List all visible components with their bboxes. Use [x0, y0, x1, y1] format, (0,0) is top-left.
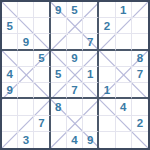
cell-r4c3[interactable]: 5 [34, 51, 50, 67]
cell-r3c3[interactable] [34, 34, 50, 50]
cell-r6c7[interactable]: 1 [99, 83, 115, 99]
cell-r9c4[interactable] [51, 132, 67, 148]
cell-r2c6[interactable] [83, 18, 99, 34]
cell-r4c4[interactable] [51, 51, 67, 67]
cell-r5c8[interactable] [116, 67, 132, 83]
cell-r8c7[interactable] [99, 116, 115, 132]
cell-r2c9[interactable] [132, 18, 148, 34]
cell-r1c9[interactable] [132, 2, 148, 18]
cell-r8c1[interactable] [2, 116, 18, 132]
cell-r1c6[interactable] [83, 2, 99, 18]
cell-r7c2[interactable] [18, 99, 34, 115]
cell-r7c5[interactable] [67, 99, 83, 115]
cell-r6c8[interactable] [116, 83, 132, 99]
cell-r1c1[interactable] [2, 2, 18, 18]
cell-r8c5[interactable] [67, 116, 83, 132]
cell-r1c7[interactable] [99, 2, 115, 18]
cell-r3c8[interactable] [116, 34, 132, 50]
cell-r2c3[interactable] [34, 18, 50, 34]
cell-r9c8[interactable] [116, 132, 132, 148]
cell-r9c7[interactable] [99, 132, 115, 148]
cell-r9c2[interactable]: 3 [18, 132, 34, 148]
cell-r6c5[interactable]: 7 [67, 83, 83, 99]
cell-r8c9[interactable]: 2 [132, 116, 148, 132]
cell-r1c2[interactable] [18, 2, 34, 18]
cell-r6c2[interactable] [18, 83, 34, 99]
cell-r2c1[interactable]: 5 [2, 18, 18, 34]
cell-r3c7[interactable] [99, 34, 115, 50]
cell-r1c3[interactable] [34, 2, 50, 18]
cell-r7c6[interactable] [83, 99, 99, 115]
cell-r5c5[interactable] [67, 67, 83, 83]
cell-r4c8[interactable] [116, 51, 132, 67]
cell-r9c9[interactable] [132, 132, 148, 148]
cell-r6c6[interactable] [83, 83, 99, 99]
cell-r3c4[interactable] [51, 34, 67, 50]
cell-r3c2[interactable]: 9 [18, 34, 34, 50]
cell-r1c4[interactable]: 9 [51, 2, 67, 18]
cell-r7c8[interactable]: 4 [116, 99, 132, 115]
cell-r2c5[interactable] [67, 18, 83, 34]
cell-r5c2[interactable] [18, 67, 34, 83]
cell-r1c5[interactable]: 5 [67, 2, 83, 18]
cell-r2c8[interactable] [116, 18, 132, 34]
cell-r3c1[interactable] [2, 34, 18, 50]
cell-r5c3[interactable] [34, 67, 50, 83]
cell-r5c6[interactable]: 1 [83, 67, 99, 83]
cell-r8c3[interactable]: 7 [34, 116, 50, 132]
cell-r9c5[interactable]: 4 [67, 132, 83, 148]
cell-r6c4[interactable] [51, 83, 67, 99]
cell-r7c9[interactable] [132, 99, 148, 115]
cell-r4c9[interactable]: 8 [132, 51, 148, 67]
cell-r4c6[interactable] [83, 51, 99, 67]
cell-r7c7[interactable] [99, 99, 115, 115]
cell-r2c7[interactable]: 2 [99, 18, 115, 34]
cell-r6c1[interactable]: 9 [2, 83, 18, 99]
cell-r4c7[interactable] [99, 51, 115, 67]
cell-r5c9[interactable]: 7 [132, 67, 148, 83]
cell-r5c4[interactable]: 5 [51, 67, 67, 83]
cell-r8c2[interactable] [18, 116, 34, 132]
cell-r2c2[interactable] [18, 18, 34, 34]
cell-r8c6[interactable] [83, 116, 99, 132]
cell-r5c1[interactable]: 4 [2, 67, 18, 83]
cell-r8c4[interactable] [51, 116, 67, 132]
cell-r9c6[interactable]: 9 [83, 132, 99, 148]
cell-r9c1[interactable] [2, 132, 18, 148]
cell-r1c8[interactable]: 1 [116, 2, 132, 18]
cell-r2c4[interactable] [51, 18, 67, 34]
cell-r3c9[interactable] [132, 34, 148, 50]
cell-r7c1[interactable] [2, 99, 18, 115]
cell-r9c3[interactable] [34, 132, 50, 148]
cell-r7c3[interactable] [34, 99, 50, 115]
cell-r4c1[interactable] [2, 51, 18, 67]
cell-r6c3[interactable] [34, 83, 50, 99]
cell-r6c9[interactable] [132, 83, 148, 99]
cell-r4c2[interactable] [18, 51, 34, 67]
cell-r7c4[interactable]: 8 [51, 99, 67, 115]
sudoku-board: 9 5 1 5 2 9 7 5 9 8 4 5 1 7 9 7 1 8 4 [0, 0, 150, 150]
cell-r8c8[interactable] [116, 116, 132, 132]
cell-r3c5[interactable] [67, 34, 83, 50]
cell-r4c5[interactable]: 9 [67, 51, 83, 67]
cell-r5c7[interactable] [99, 67, 115, 83]
cell-r3c6[interactable]: 7 [83, 34, 99, 50]
